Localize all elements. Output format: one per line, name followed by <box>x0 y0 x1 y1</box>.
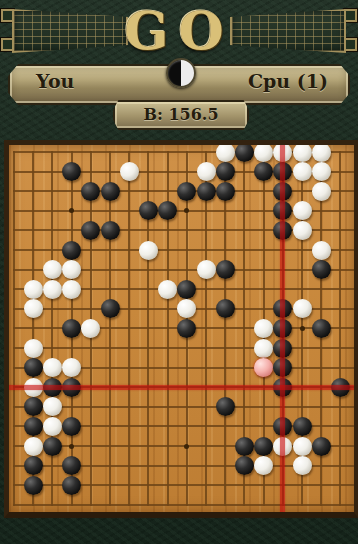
white-stone <box>312 143 331 162</box>
app-title: GO <box>0 2 358 60</box>
black-stone <box>158 201 177 220</box>
black-stone <box>24 358 43 377</box>
score-readout: B: 156.5 <box>113 100 249 130</box>
black-stone <box>312 437 331 456</box>
white-stone <box>254 143 273 162</box>
star-point <box>300 326 305 331</box>
white-stone <box>197 162 216 181</box>
white-stone <box>216 143 235 162</box>
black-stone <box>24 417 43 436</box>
white-stone <box>293 143 312 162</box>
grid-line-horizontal <box>13 406 354 408</box>
black-stone <box>177 280 196 299</box>
black-stone <box>62 241 81 260</box>
white-stone <box>177 299 196 318</box>
white-stone <box>293 162 312 181</box>
black-stone <box>62 456 81 475</box>
star-point <box>184 444 189 449</box>
player-cpu-label: Cpu (1) <box>248 70 328 92</box>
black-stone <box>293 417 312 436</box>
player-you-label: You <box>36 70 74 92</box>
black-stone <box>177 319 196 338</box>
go-board[interactable] <box>4 140 358 518</box>
black-stone <box>62 319 81 338</box>
player-stones-icon <box>166 58 196 88</box>
black-stone <box>254 162 273 181</box>
white-stone <box>312 241 331 260</box>
white-stone <box>62 280 81 299</box>
black-stone <box>216 299 235 318</box>
black-stone <box>81 221 100 240</box>
crosshair-horizontal-line <box>9 385 354 390</box>
black-stone <box>62 417 81 436</box>
white-stone <box>43 417 62 436</box>
white-stone <box>43 280 62 299</box>
crosshair-vertical-line <box>280 145 285 512</box>
star-point <box>69 444 74 449</box>
white-stone <box>62 358 81 377</box>
star-point <box>69 208 74 213</box>
black-stone <box>24 476 43 495</box>
black-stone <box>197 182 216 201</box>
white-stone <box>293 456 312 475</box>
grid-line-horizontal <box>13 347 354 349</box>
black-stone <box>81 182 100 201</box>
white-stone <box>158 280 177 299</box>
black-stone <box>101 182 120 201</box>
black-stone <box>216 162 235 181</box>
black-stone <box>235 143 254 162</box>
black-stone <box>235 437 254 456</box>
black-stone <box>139 201 158 220</box>
white-stone <box>254 319 273 338</box>
black-stone <box>177 182 196 201</box>
white-stone <box>81 319 100 338</box>
white-stone <box>139 241 158 260</box>
white-stone <box>24 299 43 318</box>
white-stone <box>43 397 62 416</box>
black-stone <box>216 260 235 279</box>
black-stone <box>24 397 43 416</box>
black-stone <box>24 456 43 475</box>
black-stone <box>62 476 81 495</box>
white-stone <box>254 456 273 475</box>
black-stone <box>216 397 235 416</box>
white-stone <box>62 260 81 279</box>
white-stone <box>293 221 312 240</box>
star-point <box>184 208 189 213</box>
white-stone <box>197 260 216 279</box>
last-move-stone <box>254 358 273 377</box>
white-stone <box>43 260 62 279</box>
black-stone <box>254 437 273 456</box>
black-stone <box>235 456 254 475</box>
white-stone <box>24 437 43 456</box>
go-app-window: { "game": "go", "header": { "title": "GO… <box>0 0 358 544</box>
black-stone <box>216 182 235 201</box>
white-stone <box>120 162 139 181</box>
white-stone <box>293 437 312 456</box>
black-stone <box>62 162 81 181</box>
black-stone <box>312 260 331 279</box>
black-stone <box>101 299 120 318</box>
white-stone <box>24 339 43 358</box>
white-stone <box>293 299 312 318</box>
white-stone <box>24 280 43 299</box>
black-stone <box>101 221 120 240</box>
black-stone <box>43 437 62 456</box>
white-stone <box>254 339 273 358</box>
white-stone <box>293 201 312 220</box>
white-stone <box>312 182 331 201</box>
white-stone <box>43 358 62 377</box>
grid-line-horizontal <box>13 504 354 506</box>
white-stone <box>312 162 331 181</box>
black-stone <box>312 319 331 338</box>
